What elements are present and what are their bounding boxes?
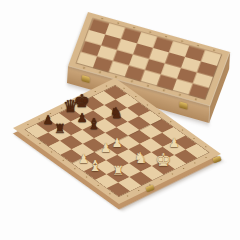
screw-dot-icon xyxy=(181,129,183,130)
screw-dot-icon xyxy=(49,113,51,114)
screw-dot-icon xyxy=(138,190,140,191)
screw-dot-icon xyxy=(179,94,181,96)
screw-dot-icon xyxy=(205,146,207,147)
screw-dot-icon xyxy=(194,162,196,163)
screw-dot-icon xyxy=(147,85,149,87)
screw-dot-icon xyxy=(83,67,85,69)
screw-dot-icon xyxy=(146,104,148,105)
screw-dot-icon xyxy=(86,176,88,177)
screw-dot-icon xyxy=(133,27,135,29)
brass-clasp-icon xyxy=(212,156,221,164)
screw-dot-icon xyxy=(149,31,151,33)
brass-clasp-icon xyxy=(179,102,187,110)
screw-dot-icon xyxy=(39,143,41,144)
screw-dot-icon xyxy=(171,173,173,174)
screw-dot-icon xyxy=(72,102,74,103)
screw-dot-icon xyxy=(117,22,119,24)
screw-dot-icon xyxy=(51,151,53,152)
screw-dot-icon xyxy=(165,36,167,38)
screw-dot-icon xyxy=(105,85,107,86)
screw-dot-icon xyxy=(205,157,207,158)
screw-dot-icon xyxy=(131,80,133,82)
screw-dot-icon xyxy=(160,179,162,180)
screw-dot-icon xyxy=(99,71,101,73)
chess-set-product-photo: ♟♛♚♜♟♝♞♟♟♟♝♜♞♚♟ xyxy=(0,0,240,240)
screw-dot-icon xyxy=(62,160,64,161)
screw-dot-icon xyxy=(181,40,183,42)
screw-dot-icon xyxy=(97,185,99,186)
screw-dot-icon xyxy=(197,45,199,47)
screw-dot-icon xyxy=(135,96,137,97)
screw-dot-icon xyxy=(195,98,197,100)
screw-dot-icon xyxy=(213,49,215,51)
screw-dot-icon xyxy=(109,193,111,194)
screw-dot-icon xyxy=(27,135,29,136)
screw-dot-icon xyxy=(193,138,195,139)
screw-dot-icon xyxy=(163,89,165,91)
screw-dot-icon xyxy=(94,91,96,92)
screw-dot-icon xyxy=(158,113,160,114)
screw-dot-icon xyxy=(27,124,29,125)
screw-dot-icon xyxy=(74,168,76,169)
screw-dot-icon xyxy=(183,168,185,169)
screw-dot-icon xyxy=(170,121,172,122)
screw-dot-icon xyxy=(127,195,129,196)
screw-dot-icon xyxy=(61,107,63,108)
screw-dot-icon xyxy=(101,18,103,20)
brass-clasp-icon xyxy=(82,75,90,83)
screw-dot-icon xyxy=(123,88,125,89)
screw-dot-icon xyxy=(83,96,85,97)
screw-dot-icon xyxy=(38,118,40,119)
